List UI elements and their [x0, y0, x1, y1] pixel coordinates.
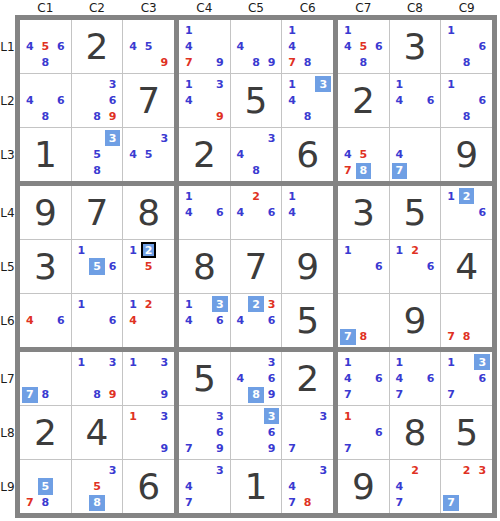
candidate-4: 4 — [284, 38, 300, 54]
candidate-4: 4 — [392, 92, 408, 108]
solved-digit: 8 — [390, 406, 441, 459]
cell-L1C3[interactable]: 459 — [123, 20, 174, 73]
cell-L5C4[interactable]: 8 — [179, 240, 230, 293]
candidate-1: 1 — [340, 22, 356, 38]
candidate-1: 1 — [181, 188, 197, 204]
solved-digit: 5 — [231, 74, 282, 127]
column-header-group: C7C8C9 — [338, 0, 492, 15]
candidate-4: 4 — [340, 370, 356, 386]
candidate-7: 7 — [181, 55, 197, 71]
candidate-1: 1 — [74, 296, 90, 312]
candidate-7: 7 — [22, 495, 38, 511]
candidate-2: 2 — [248, 296, 264, 312]
candidate-8: 8 — [459, 109, 475, 125]
cell-L4C1[interactable]: 9 — [20, 186, 71, 239]
candidate-6: 6 — [474, 370, 490, 386]
candidate-1: 1 — [392, 354, 408, 370]
cell-L6C1[interactable]: 46 — [20, 294, 71, 347]
block-3: 14568316821461684578479 — [338, 20, 492, 181]
cell-L3C8[interactable]: 47 — [390, 128, 441, 181]
candidate-3: 3 — [264, 354, 280, 370]
column-label-C5: C5 — [231, 0, 282, 15]
candidate-6: 6 — [423, 92, 439, 108]
cell-L1C2[interactable]: 2 — [72, 20, 123, 73]
candidate-9: 9 — [105, 109, 121, 125]
cell-L3C5[interactable]: 348 — [231, 128, 282, 181]
cell-L9C8[interactable]: 247 — [390, 460, 441, 513]
column-label-C2: C2 — [72, 0, 123, 15]
solved-digit: 7 — [72, 186, 123, 239]
cell-L9C7[interactable]: 9 — [338, 460, 389, 513]
column-label-C6: C6 — [282, 0, 333, 15]
candidate-3: 3 — [212, 462, 228, 478]
candidate-5: 5 — [38, 38, 54, 54]
cell-L8C7[interactable]: 167 — [338, 406, 389, 459]
candidate-grid: 37 — [282, 406, 333, 459]
cell-L2C3[interactable]: 7 — [123, 74, 174, 127]
column-label-C1: C1 — [20, 0, 71, 15]
candidate-6: 6 — [264, 370, 280, 386]
block-1: 45682459468368971358345 — [20, 20, 174, 181]
cell-L8C2[interactable]: 4 — [72, 406, 123, 459]
candidate-4: 4 — [22, 38, 38, 54]
candidate-8: 8 — [356, 163, 372, 179]
cell-L3C4[interactable]: 2 — [179, 128, 230, 181]
candidate-grid: 78 — [338, 294, 389, 347]
candidate-grid: 347 — [179, 460, 230, 513]
candidate-grid: 1479 — [179, 20, 230, 73]
candidate-9: 9 — [264, 55, 280, 71]
candidate-3: 3 — [315, 408, 331, 424]
candidate-5: 5 — [141, 258, 157, 274]
candidate-6: 6 — [474, 92, 490, 108]
column-headers: C1C2C3C4C5C6C7C8C9 — [15, 0, 497, 15]
candidate-2: 2 — [141, 296, 157, 312]
cell-L9C5[interactable]: 1 — [231, 460, 282, 513]
candidate-6: 6 — [264, 312, 280, 328]
candidate-5: 5 — [38, 478, 54, 494]
candidate-6: 6 — [105, 92, 121, 108]
candidate-8: 8 — [248, 163, 264, 179]
candidate-6: 6 — [212, 424, 228, 440]
candidate-8: 8 — [248, 387, 264, 403]
block-5: 14624614879134623465 — [179, 186, 333, 347]
solved-digit: 9 — [20, 186, 71, 239]
cell-L7C4[interactable]: 5 — [179, 352, 230, 405]
row-label-L9: L9 — [0, 460, 15, 513]
candidate-8: 8 — [356, 329, 372, 345]
candidate-5: 5 — [89, 258, 105, 274]
candidate-grid: 4578 — [338, 128, 389, 181]
candidate-4: 4 — [284, 92, 300, 108]
cell-L4C2[interactable]: 7 — [72, 186, 123, 239]
cell-L6C4[interactable]: 1346 — [179, 294, 230, 347]
cell-L4C3[interactable]: 8 — [123, 186, 174, 239]
candidate-7: 7 — [443, 329, 459, 345]
candidate-6: 6 — [423, 258, 439, 274]
cell-L8C6[interactable]: 37 — [282, 406, 333, 459]
candidate-1: 1 — [181, 76, 197, 92]
block-2: 1479489147813495134823486 — [179, 20, 333, 181]
solved-digit: 4 — [72, 406, 123, 459]
cell-L2C4[interactable]: 1349 — [179, 74, 230, 127]
candidate-grid: 126 — [390, 240, 441, 293]
candidate-grid: 3679 — [179, 406, 230, 459]
column-label-C9: C9 — [441, 0, 492, 15]
corner-spacer — [0, 0, 15, 15]
candidate-8: 8 — [89, 387, 105, 403]
candidate-8: 8 — [300, 495, 316, 511]
candidate-7: 7 — [340, 329, 356, 345]
sudoku-board: 4568245946836897135834514794891478134951… — [15, 15, 497, 518]
selected-candidate-2[interactable]: 2 — [141, 242, 157, 258]
cell-L4C8[interactable]: 5 — [390, 186, 441, 239]
cell-L3C3[interactable]: 345 — [123, 128, 174, 181]
solved-digit: 9 — [390, 294, 441, 347]
cell-L2C6[interactable]: 1348 — [282, 74, 333, 127]
candidate-grid: 1467 — [390, 352, 441, 405]
candidate-3: 3 — [212, 76, 228, 92]
candidate-2: 2 — [248, 188, 264, 204]
candidate-6: 6 — [212, 204, 228, 220]
candidate-grid: 139 — [123, 352, 174, 405]
candidate-4: 4 — [181, 38, 197, 54]
cell-L5C9[interactable]: 4 — [441, 240, 492, 293]
block-9: 146714671367167859247237 — [338, 352, 492, 513]
cell-L5C8[interactable]: 126 — [390, 240, 441, 293]
candidate-grid: 246 — [231, 186, 282, 239]
candidate-4: 4 — [233, 370, 249, 386]
candidate-5: 5 — [356, 38, 372, 54]
candidate-1: 1 — [443, 76, 459, 92]
cell-L9C4[interactable]: 347 — [179, 460, 230, 513]
cell-L2C1[interactable]: 468 — [20, 74, 71, 127]
cell-L8C8[interactable]: 8 — [390, 406, 441, 459]
candidate-4: 4 — [233, 312, 249, 328]
cell-L9C6[interactable]: 3478 — [282, 460, 333, 513]
candidate-grid: 1349 — [179, 74, 230, 127]
candidate-grid: 78 — [20, 352, 71, 405]
candidate-3: 3 — [105, 462, 121, 478]
candidate-grid: 34689 — [231, 352, 282, 405]
cell-L5C1[interactable]: 3 — [20, 240, 71, 293]
candidate-3: 3 — [315, 462, 331, 478]
candidate-6: 6 — [53, 312, 69, 328]
candidate-grid: 3689 — [72, 74, 123, 127]
column-label-C3: C3 — [123, 0, 174, 15]
candidate-grid: 1467 — [338, 352, 389, 405]
cell-L1C4[interactable]: 1479 — [179, 20, 230, 73]
row-label-L7: L7 — [0, 352, 15, 405]
candidate-1: 1 — [284, 22, 300, 38]
candidate-grid: 237 — [441, 460, 492, 513]
solved-digit: 3 — [390, 20, 441, 73]
candidate-4: 4 — [22, 312, 38, 328]
candidate-7: 7 — [392, 387, 408, 403]
candidate-1: 1 — [125, 242, 141, 258]
cell-L9C1[interactable]: 578 — [20, 460, 71, 513]
candidate-4: 4 — [181, 478, 197, 494]
cell-L2C7[interactable]: 2 — [338, 74, 389, 127]
row-label-group: L1L2L3 — [0, 20, 15, 181]
cell-L2C9[interactable]: 168 — [441, 74, 492, 127]
candidate-7: 7 — [284, 495, 300, 511]
solved-digit: 2 — [179, 128, 230, 181]
cell-L1C8[interactable]: 3 — [390, 20, 441, 73]
candidate-grid: 345 — [123, 128, 174, 181]
candidate-4: 4 — [125, 146, 141, 162]
cell-L4C5[interactable]: 246 — [231, 186, 282, 239]
cell-L1C6[interactable]: 1478 — [282, 20, 333, 73]
candidate-6: 6 — [264, 424, 280, 440]
candidate-8: 8 — [89, 163, 105, 179]
candidate-3: 3 — [105, 76, 121, 92]
candidate-6: 6 — [474, 38, 490, 54]
candidate-8: 8 — [89, 109, 105, 125]
cell-L8C1[interactable]: 2 — [20, 406, 71, 459]
solved-digit: 5 — [390, 186, 441, 239]
candidate-grid: 578 — [20, 460, 71, 513]
cell-L5C6[interactable]: 9 — [282, 240, 333, 293]
candidate-grid: 348 — [231, 128, 282, 181]
candidate-grid: 4568 — [20, 20, 71, 73]
candidate-grid: 1348 — [282, 74, 333, 127]
cell-L3C2[interactable]: 358 — [72, 128, 123, 181]
candidate-8: 8 — [38, 55, 54, 71]
cell-L9C2[interactable]: 358 — [72, 460, 123, 513]
cell-L7C3[interactable]: 139 — [123, 352, 174, 405]
candidate-grid: 168 — [441, 74, 492, 127]
candidate-grid: 14568 — [338, 20, 389, 73]
candidate-grid: 468 — [20, 74, 71, 127]
candidate-8: 8 — [38, 109, 54, 125]
cell-L7C1[interactable]: 78 — [20, 352, 71, 405]
cell-L3C1[interactable]: 1 — [20, 128, 71, 181]
cell-L3C7[interactable]: 4578 — [338, 128, 389, 181]
candidate-7: 7 — [181, 441, 197, 457]
candidate-1: 1 — [392, 242, 408, 258]
candidate-7: 7 — [443, 495, 459, 511]
block-8: 534689236793693734713478 — [179, 352, 333, 513]
solved-digit: 1 — [231, 460, 282, 513]
candidate-grid: 146 — [390, 74, 441, 127]
candidate-3: 3 — [212, 408, 228, 424]
cell-L5C5[interactable]: 7 — [231, 240, 282, 293]
cell-L7C2[interactable]: 1389 — [72, 352, 123, 405]
cell-L1C1[interactable]: 4568 — [20, 20, 71, 73]
candidate-grid: 3478 — [282, 460, 333, 513]
candidate-7: 7 — [181, 495, 197, 511]
candidate-6: 6 — [371, 38, 387, 54]
candidate-1: 1 — [340, 354, 356, 370]
candidate-grid: 1478 — [282, 20, 333, 73]
candidate-4: 4 — [233, 204, 249, 220]
cell-L9C9[interactable]: 237 — [441, 460, 492, 513]
solved-digit: 5 — [282, 294, 333, 347]
column-header-group: C1C2C3 — [20, 0, 174, 15]
candidate-3: 3 — [474, 354, 490, 370]
candidate-4: 4 — [392, 478, 408, 494]
solved-digit: 3 — [20, 240, 71, 293]
candidate-grid: 16 — [72, 294, 123, 347]
candidate-6: 6 — [371, 258, 387, 274]
candidate-grid: 146 — [179, 186, 230, 239]
candidate-grid: 14 — [282, 186, 333, 239]
candidate-7: 7 — [392, 163, 408, 179]
candidate-3: 3 — [212, 296, 228, 312]
candidate-9: 9 — [156, 387, 172, 403]
cell-L8C9[interactable]: 5 — [441, 406, 492, 459]
candidate-6: 6 — [105, 312, 121, 328]
candidate-3: 3 — [315, 76, 331, 92]
candidate-6: 6 — [53, 92, 69, 108]
cell-L1C9[interactable]: 168 — [441, 20, 492, 73]
solved-digit: 3 — [338, 186, 389, 239]
candidate-grid: 247 — [390, 460, 441, 513]
cell-L6C6[interactable]: 5 — [282, 294, 333, 347]
cell-L1C5[interactable]: 489 — [231, 20, 282, 73]
row-labels: L1L2L3L4L5L6L7L8L9 — [0, 15, 15, 518]
cell-L5C3[interactable]: 125 — [123, 240, 174, 293]
cell-L6C9[interactable]: 78 — [441, 294, 492, 347]
row-label-L2: L2 — [0, 74, 15, 127]
candidate-1: 1 — [284, 76, 300, 92]
candidate-grid: 125 — [123, 240, 174, 293]
cell-L8C5[interactable]: 369 — [231, 406, 282, 459]
candidate-8: 8 — [89, 495, 105, 511]
candidate-7: 7 — [392, 495, 408, 511]
cell-L6C8[interactable]: 9 — [390, 294, 441, 347]
candidate-grid: 489 — [231, 20, 282, 73]
candidate-4: 4 — [340, 38, 356, 54]
candidate-5: 5 — [89, 146, 105, 162]
candidate-1: 1 — [125, 296, 141, 312]
cell-L3C9[interactable]: 9 — [441, 128, 492, 181]
column-label-C8: C8 — [390, 0, 441, 15]
candidate-7: 7 — [340, 163, 356, 179]
cell-L5C7[interactable]: 16 — [338, 240, 389, 293]
candidate-5: 5 — [89, 478, 105, 494]
candidate-3: 3 — [156, 130, 172, 146]
candidate-grid: 1367 — [441, 352, 492, 405]
solved-digit: 7 — [123, 74, 174, 127]
candidate-8: 8 — [38, 387, 54, 403]
cell-L4C6[interactable]: 14 — [282, 186, 333, 239]
row-label-L8: L8 — [0, 406, 15, 459]
candidate-4: 4 — [181, 204, 197, 220]
candidate-5: 5 — [356, 146, 372, 162]
cell-L8C4[interactable]: 3679 — [179, 406, 230, 459]
candidate-1: 1 — [443, 188, 459, 204]
candidate-4: 4 — [125, 312, 141, 328]
candidate-grid: 358 — [72, 128, 123, 181]
candidate-grid: 1346 — [179, 294, 230, 347]
cell-L6C3[interactable]: 124 — [123, 294, 174, 347]
cell-L3C6[interactable]: 6 — [282, 128, 333, 181]
row-label-L3: L3 — [0, 128, 15, 181]
solved-digit: 4 — [441, 240, 492, 293]
candidate-grid: 168 — [441, 20, 492, 73]
candidate-9: 9 — [264, 441, 280, 457]
cell-L4C4[interactable]: 146 — [179, 186, 230, 239]
solved-digit: 2 — [282, 352, 333, 405]
candidate-1: 1 — [181, 296, 197, 312]
candidate-8: 8 — [459, 329, 475, 345]
candidate-6: 6 — [474, 204, 490, 220]
candidate-1: 1 — [74, 354, 90, 370]
candidate-5: 5 — [141, 146, 157, 162]
candidate-grid: 78 — [441, 294, 492, 347]
cell-L6C5[interactable]: 2346 — [231, 294, 282, 347]
column-label-C7: C7 — [338, 0, 389, 15]
solved-digit: 9 — [282, 240, 333, 293]
cell-L7C5[interactable]: 34689 — [231, 352, 282, 405]
cell-L7C9[interactable]: 1367 — [441, 352, 492, 405]
candidate-grid: 459 — [123, 20, 174, 73]
candidate-grid: 126 — [441, 186, 492, 239]
cell-L7C7[interactable]: 1467 — [338, 352, 389, 405]
candidate-2: 2 — [459, 462, 475, 478]
cell-L8C3[interactable]: 139 — [123, 406, 174, 459]
candidate-grid: 139 — [123, 406, 174, 459]
candidate-8: 8 — [38, 495, 54, 511]
candidate-grid: 369 — [231, 406, 282, 459]
cell-L4C7[interactable]: 3 — [338, 186, 389, 239]
candidate-3: 3 — [264, 408, 280, 424]
candidate-4: 4 — [233, 38, 249, 54]
candidate-1: 1 — [443, 354, 459, 370]
candidate-7: 7 — [443, 387, 459, 403]
solved-digit: 9 — [441, 128, 492, 181]
cell-L5C2[interactable]: 156 — [72, 240, 123, 293]
cell-L7C6[interactable]: 2 — [282, 352, 333, 405]
cell-L6C2[interactable]: 16 — [72, 294, 123, 347]
candidate-7: 7 — [284, 55, 300, 71]
block-4: 97831561254616124 — [20, 186, 174, 347]
solved-digit: 6 — [123, 460, 174, 513]
solved-digit: 7 — [231, 240, 282, 293]
cell-L7C8[interactable]: 1467 — [390, 352, 441, 405]
cell-L9C3[interactable]: 6 — [123, 460, 174, 513]
candidate-4: 4 — [284, 204, 300, 220]
cell-L2C5[interactable]: 5 — [231, 74, 282, 127]
solved-digit: 2 — [338, 74, 389, 127]
candidate-1: 1 — [340, 408, 356, 424]
candidate-4: 4 — [392, 370, 408, 386]
candidate-4: 4 — [125, 38, 141, 54]
cell-L2C8[interactable]: 146 — [390, 74, 441, 127]
candidate-6: 6 — [53, 38, 69, 54]
solved-digit: 1 — [20, 128, 71, 181]
candidate-6: 6 — [423, 370, 439, 386]
candidate-2: 2 — [407, 462, 423, 478]
row-label-group: L7L8L9 — [0, 352, 15, 513]
candidate-1: 1 — [443, 22, 459, 38]
cell-L1C7[interactable]: 14568 — [338, 20, 389, 73]
candidate-6: 6 — [371, 370, 387, 386]
candidate-4: 4 — [340, 146, 356, 162]
cell-L4C9[interactable]: 126 — [441, 186, 492, 239]
cell-L6C7[interactable]: 78 — [338, 294, 389, 347]
candidate-grid: 2346 — [231, 294, 282, 347]
cell-L2C2[interactable]: 3689 — [72, 74, 123, 127]
candidate-4: 4 — [392, 146, 408, 162]
candidate-grid: 1389 — [72, 352, 123, 405]
block-6: 3512616126478978 — [338, 186, 492, 347]
row-label-group: L4L5L6 — [0, 186, 15, 347]
candidate-8: 8 — [356, 55, 372, 71]
candidate-grid: 167 — [338, 406, 389, 459]
